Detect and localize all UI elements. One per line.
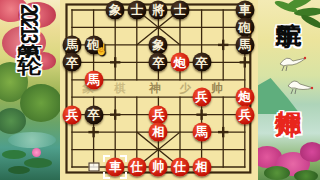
water-highlight (8, 132, 56, 148)
piece-red-pawn[interactable]: 兵 (63, 105, 82, 124)
piece-black-horse[interactable]: 馬 (63, 35, 82, 54)
river-watermark-char: 棋 (114, 81, 126, 96)
piece-red-advisor[interactable]: 仕 (171, 157, 190, 176)
last-move-to-marker (103, 155, 127, 179)
event-title: 2021象甲第13轮 (18, 4, 43, 38)
piece-red-cannon[interactable]: 炮 (235, 88, 254, 107)
lotus-pad (8, 166, 30, 174)
river-watermark-char: 帅 (211, 81, 223, 96)
piece-black-cannon[interactable]: 砲 (235, 18, 254, 37)
piece-red-advisor[interactable]: 仕 (127, 157, 146, 176)
hand-cursor-icon: ☝ (95, 42, 109, 55)
piece-black-horse[interactable]: 馬 (235, 35, 254, 54)
piece-red-king[interactable]: 帅 (149, 157, 168, 176)
crane-icon (286, 76, 316, 96)
flower-cluster (300, 142, 320, 162)
piece-black-elephant[interactable]: 象 (149, 35, 168, 54)
lotus-pad (24, 158, 52, 168)
piece-red-pawn[interactable]: 兵 (235, 105, 254, 124)
lotus-pad (2, 150, 26, 159)
piece-black-pawn[interactable]: 卒 (192, 53, 211, 72)
tree-foliage (0, 108, 26, 134)
piece-black-pawn[interactable]: 卒 (149, 53, 168, 72)
piece-black-king[interactable]: 將 (149, 1, 168, 20)
river-watermark-char: 少 (179, 81, 191, 96)
last-move-from-marker (88, 162, 99, 171)
right-scenery: 王宇航 郑惟桐 (258, 0, 320, 180)
piece-red-cannon[interactable]: 炮 (171, 53, 190, 72)
flower-leaves (294, 170, 318, 180)
piece-black-rook[interactable]: 車 (235, 1, 254, 20)
piece-red-pawn[interactable]: 兵 (149, 105, 168, 124)
piece-red-elephant[interactable]: 相 (192, 157, 211, 176)
piece-black-advisor[interactable]: 士 (171, 1, 190, 20)
tree-foliage (20, 84, 60, 122)
piece-red-horse[interactable]: 馬 (192, 123, 211, 142)
lotus-flower (32, 148, 41, 157)
river-watermark-char: 神 (149, 81, 161, 96)
piece-red-elephant[interactable]: 相 (149, 123, 168, 142)
piece-red-pawn[interactable]: 兵 (192, 88, 211, 107)
flower-leaves (264, 166, 290, 180)
thumbnail: 2021象甲第13轮 象棋神少帅 象士將士車砲馬砲象馬卒卒炮卒馬兵炮兵卒兵兵相馬… (0, 0, 320, 180)
piece-black-elephant[interactable]: 象 (106, 1, 125, 20)
piece-red-horse[interactable]: 馬 (84, 70, 103, 89)
xiangqi-board[interactable]: 象棋神少帅 象士將士車砲馬砲象馬卒卒炮卒馬兵炮兵卒兵兵相馬車仕帅仕相 ☝ (60, 0, 258, 180)
piece-black-pawn[interactable]: 卒 (63, 53, 82, 72)
left-scenery: 2021象甲第13轮 (0, 0, 60, 180)
piece-black-pawn[interactable]: 卒 (84, 105, 103, 124)
blossom-cluster (32, 52, 56, 70)
piece-black-advisor[interactable]: 士 (127, 1, 146, 20)
crane-icon (278, 52, 308, 72)
